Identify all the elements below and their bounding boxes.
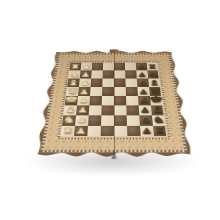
black-pawn-icon: ♟ bbox=[138, 89, 148, 95]
square-f3[interactable] bbox=[89, 105, 102, 115]
square-d3[interactable] bbox=[90, 87, 102, 96]
square-c3[interactable] bbox=[91, 79, 103, 87]
black-knight-icon: ♞ bbox=[147, 71, 159, 78]
white-rook-a1[interactable]: ♜ bbox=[70, 63, 82, 71]
black-pawn-icon: ♟ bbox=[137, 64, 147, 69]
black-pawn-b7[interactable]: ♟ bbox=[136, 71, 148, 79]
white-pawn-d2[interactable]: ♟ bbox=[78, 87, 90, 96]
square-c6[interactable] bbox=[125, 79, 137, 87]
chess-board: ♜♞♝♛♚♝♞♜♟♟♟♟♟♟♟♟♟♟♟♟♟♟♟♟♜♞♝♛♚♝♞♜ bbox=[29, 48, 199, 161]
square-a5[interactable] bbox=[114, 63, 125, 71]
black-pawn-icon: ♟ bbox=[137, 72, 147, 78]
white-pawn-c2[interactable]: ♟ bbox=[79, 79, 91, 87]
white-pawn-a2[interactable]: ♟ bbox=[81, 63, 93, 71]
square-d6[interactable] bbox=[126, 87, 138, 96]
square-g7[interactable] bbox=[139, 115, 153, 125]
square-g1[interactable] bbox=[63, 115, 77, 125]
square-b5[interactable] bbox=[114, 71, 125, 79]
chess-board-scene: ♜♞♝♛♚♝♞♜♟♟♟♟♟♟♟♟♟♟♟♟♟♟♟♟♜♞♝♛♚♝♞♜ bbox=[42, 24, 186, 168]
white-pawn-icon: ♟ bbox=[79, 89, 89, 95]
square-a6[interactable] bbox=[125, 63, 136, 71]
square-g6[interactable] bbox=[126, 115, 139, 125]
square-c4[interactable] bbox=[102, 79, 114, 87]
black-rook-a8[interactable]: ♜ bbox=[146, 63, 158, 71]
square-g2[interactable] bbox=[75, 115, 89, 125]
white-pawn-icon: ♟ bbox=[80, 80, 90, 86]
black-pawn-icon: ♟ bbox=[138, 80, 148, 86]
black-pawn-c7[interactable]: ♟ bbox=[137, 79, 149, 87]
square-h1[interactable] bbox=[61, 126, 75, 137]
square-g5[interactable] bbox=[114, 115, 127, 125]
square-f2[interactable] bbox=[76, 105, 89, 115]
square-h8[interactable] bbox=[153, 126, 167, 137]
white-pawn-icon: ♟ bbox=[81, 72, 91, 78]
square-b6[interactable] bbox=[125, 71, 137, 79]
square-b3[interactable] bbox=[91, 71, 103, 79]
square-h6[interactable] bbox=[127, 126, 141, 137]
square-c5[interactable] bbox=[114, 79, 126, 87]
square-h5[interactable] bbox=[114, 126, 127, 137]
square-h4[interactable] bbox=[101, 126, 114, 137]
white-rook-icon: ♜ bbox=[70, 64, 81, 70]
square-f7[interactable] bbox=[138, 105, 151, 115]
square-h7[interactable] bbox=[140, 126, 154, 137]
square-g8[interactable] bbox=[152, 115, 166, 125]
square-a4[interactable] bbox=[103, 63, 114, 71]
black-pawn-a7[interactable]: ♟ bbox=[136, 63, 148, 71]
square-g3[interactable] bbox=[88, 115, 101, 125]
square-b4[interactable] bbox=[103, 71, 114, 79]
white-pawn-b2[interactable]: ♟ bbox=[80, 71, 92, 79]
square-h2[interactable] bbox=[74, 126, 88, 137]
photo-background: ♜♞♝♛♚♝♞♜♟♟♟♟♟♟♟♟♟♟♟♟♟♟♟♟♜♞♝♛♚♝♞♜ bbox=[0, 0, 220, 220]
square-d4[interactable] bbox=[102, 87, 114, 96]
square-d5[interactable] bbox=[114, 87, 126, 96]
square-f8[interactable] bbox=[151, 105, 164, 115]
square-a3[interactable] bbox=[92, 63, 103, 71]
square-f6[interactable] bbox=[126, 105, 139, 115]
square-g4[interactable] bbox=[101, 115, 114, 125]
white-knight-icon: ♞ bbox=[69, 71, 81, 78]
square-f5[interactable] bbox=[114, 105, 127, 115]
square-f4[interactable] bbox=[101, 105, 114, 115]
black-rook-icon: ♜ bbox=[147, 64, 158, 70]
square-f1[interactable] bbox=[64, 105, 77, 115]
square-h3[interactable] bbox=[88, 126, 102, 137]
white-pawn-icon: ♟ bbox=[82, 64, 92, 69]
